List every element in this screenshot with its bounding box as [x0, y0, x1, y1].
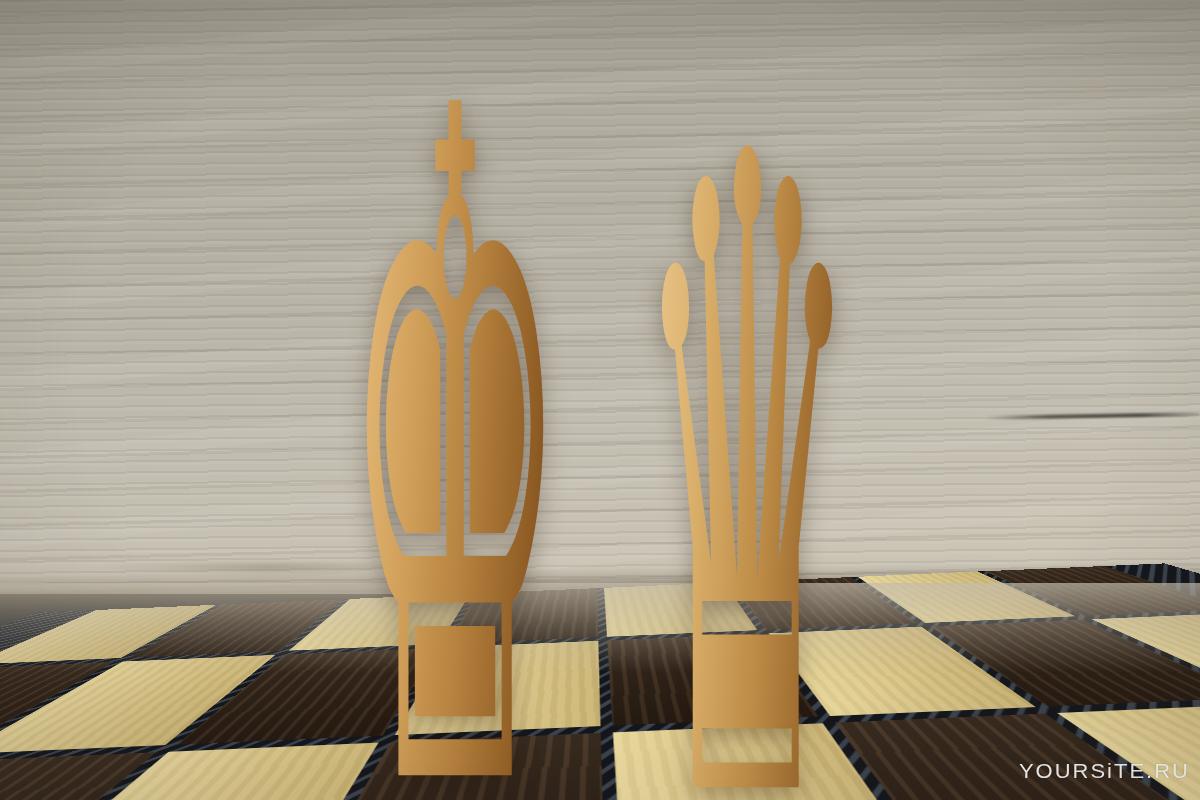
- white-queen-piece: ♛: [747, 625, 1016, 800]
- wooden-wall-background: [0, 0, 1200, 594]
- watermark: YOURSiTE.RU: [1019, 759, 1190, 784]
- photo-scene: ♚ ♛ YOURSiTE.RU: [0, 0, 1200, 800]
- board-square-h7: [1092, 613, 1200, 697]
- queen-glyph: ♛: [634, 46, 860, 800]
- king-glyph: ♚: [342, 0, 568, 800]
